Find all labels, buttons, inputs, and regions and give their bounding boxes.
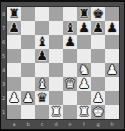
white-knight-f4: ♞ xyxy=(78,63,90,77)
square-b8[interactable] xyxy=(21,7,35,21)
square-h5[interactable] xyxy=(105,49,119,63)
square-f7[interactable]: ♟ xyxy=(77,21,91,35)
square-e4[interactable] xyxy=(63,63,77,77)
black-pawn-f7: ♟ xyxy=(78,21,90,35)
square-g7[interactable]: ♟ xyxy=(91,21,105,35)
rank-label-7: 7 xyxy=(0,21,7,35)
square-a2[interactable]: ♟ xyxy=(7,91,21,105)
white-pawn-f3: ♟ xyxy=(78,77,90,91)
square-a7[interactable]: ♟ xyxy=(7,21,21,35)
rank-label-4: 4 xyxy=(0,63,7,77)
square-e1[interactable] xyxy=(63,105,77,119)
square-c6[interactable]: ♝ xyxy=(35,35,49,49)
square-g5[interactable] xyxy=(91,49,105,63)
square-g2[interactable]: ♟ xyxy=(91,91,105,105)
file-label-h: h xyxy=(105,120,119,130)
square-g8[interactable]: ♚ xyxy=(91,7,105,21)
square-f6[interactable] xyxy=(77,35,91,49)
square-c5[interactable]: ♟ xyxy=(35,49,49,63)
square-a8[interactable]: ♜ xyxy=(7,7,21,21)
rank-label-5: 5 xyxy=(0,49,7,63)
square-b4[interactable] xyxy=(21,63,35,77)
rank-label-8: 8 xyxy=(0,7,7,21)
square-a1[interactable] xyxy=(7,105,21,119)
file-label-b: b xyxy=(21,120,35,130)
square-c2[interactable]: ♛ xyxy=(35,91,49,105)
square-e6[interactable]: ♟ xyxy=(63,35,77,49)
square-b5[interactable] xyxy=(21,49,35,63)
white-queen-e3: ♛ xyxy=(64,77,76,91)
file-label-e: e xyxy=(63,120,77,130)
black-bishop-c6: ♝ xyxy=(36,35,48,49)
square-f5[interactable] xyxy=(77,49,91,63)
square-f2[interactable] xyxy=(77,91,91,105)
file-label-a: a xyxy=(7,120,21,130)
square-c1[interactable] xyxy=(35,105,49,119)
square-a6[interactable] xyxy=(7,35,21,49)
rank-labels: 87654321 xyxy=(0,7,7,119)
white-rook-f1: ♜ xyxy=(78,105,90,119)
black-pawn-a7: ♟ xyxy=(8,21,20,35)
square-f3[interactable]: ♟ xyxy=(77,77,91,91)
square-h7[interactable]: ♟ xyxy=(105,21,119,35)
square-b6[interactable] xyxy=(21,35,35,49)
white-pawn-a2: ♟ xyxy=(8,91,20,105)
black-pawn-c5: ♟ xyxy=(36,49,48,63)
black-rook-a8: ♜ xyxy=(8,7,20,21)
square-h4[interactable]: ♟ xyxy=(105,63,119,77)
square-e7[interactable]: ♝ xyxy=(63,21,77,35)
square-b1[interactable] xyxy=(21,105,35,119)
square-d3[interactable] xyxy=(49,77,63,91)
square-d8[interactable] xyxy=(49,7,63,21)
file-label-c: c xyxy=(35,120,49,130)
square-f1[interactable]: ♜ xyxy=(77,105,91,119)
white-pawn-h4: ♟ xyxy=(106,63,118,77)
square-e2[interactable] xyxy=(63,91,77,105)
square-e5[interactable] xyxy=(63,49,77,63)
square-e3[interactable]: ♛ xyxy=(63,77,77,91)
rank-label-6: 6 xyxy=(0,35,7,49)
square-c4[interactable] xyxy=(35,63,49,77)
black-bishop-e7: ♝ xyxy=(64,21,76,35)
square-d6[interactable] xyxy=(49,35,63,49)
rank-label-1: 1 xyxy=(0,105,7,119)
black-pawn-e6: ♟ xyxy=(64,35,76,49)
square-a5[interactable] xyxy=(7,49,21,63)
file-label-f: f xyxy=(77,120,91,130)
square-f4[interactable]: ♞ xyxy=(77,63,91,77)
square-h8[interactable] xyxy=(105,7,119,21)
square-f8[interactable]: ♜ xyxy=(77,7,91,21)
square-d1[interactable]: ♜ xyxy=(49,105,63,119)
square-g4[interactable] xyxy=(91,63,105,77)
white-pawn-g2: ♟ xyxy=(92,91,104,105)
chess-board: ♜♜♚♟♝♟♟♟♝♟♟♞♟♝♛♟♟♟♛♟♜♜♚ xyxy=(7,7,119,119)
square-h1[interactable] xyxy=(105,105,119,119)
square-a4[interactable] xyxy=(7,63,21,77)
square-d2[interactable] xyxy=(49,91,63,105)
white-bishop-c3: ♝ xyxy=(36,77,48,91)
square-b2[interactable]: ♟ xyxy=(21,91,35,105)
square-h6[interactable] xyxy=(105,35,119,49)
chess-diagram: ♜♜♚♟♝♟♟♟♝♟♟♞♟♝♛♟♟♟♛♟♜♜♚ 87654321 abcdefg… xyxy=(0,0,125,131)
square-d5[interactable] xyxy=(49,49,63,63)
file-label-g: g xyxy=(91,120,105,130)
square-b7[interactable] xyxy=(21,21,35,35)
white-king-g1: ♚ xyxy=(92,105,104,119)
black-queen-c2: ♛ xyxy=(36,91,48,105)
file-labels: abcdefgh xyxy=(7,120,119,130)
black-pawn-g7: ♟ xyxy=(92,21,104,35)
square-d4[interactable] xyxy=(49,63,63,77)
square-c8[interactable] xyxy=(35,7,49,21)
white-rook-d1: ♜ xyxy=(50,105,62,119)
square-g3[interactable] xyxy=(91,77,105,91)
square-e8[interactable] xyxy=(63,7,77,21)
white-pawn-b2: ♟ xyxy=(22,91,34,105)
square-c7[interactable] xyxy=(35,21,49,35)
square-g6[interactable] xyxy=(91,35,105,49)
square-b3[interactable] xyxy=(21,77,35,91)
square-h2[interactable] xyxy=(105,91,119,105)
rank-label-3: 3 xyxy=(0,77,7,91)
black-king-g8: ♚ xyxy=(92,7,104,21)
rank-label-2: 2 xyxy=(0,91,7,105)
square-g1[interactable]: ♚ xyxy=(91,105,105,119)
square-h3[interactable] xyxy=(105,77,119,91)
square-c3[interactable]: ♝ xyxy=(35,77,49,91)
black-rook-f8: ♜ xyxy=(78,7,90,21)
black-pawn-h7: ♟ xyxy=(106,21,118,35)
file-label-d: d xyxy=(49,120,63,130)
square-d7[interactable] xyxy=(49,21,63,35)
square-a3[interactable] xyxy=(7,77,21,91)
